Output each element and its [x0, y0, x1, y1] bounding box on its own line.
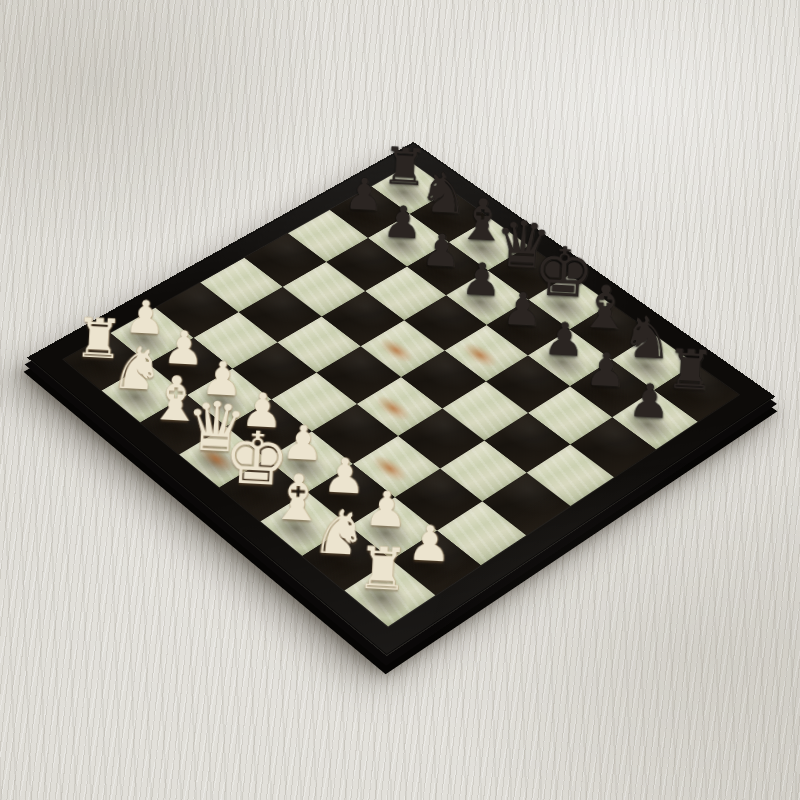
white-pawn-b2[interactable]: ♟	[136, 322, 230, 373]
white-pawn-c2[interactable]: ♟	[175, 353, 270, 404]
square-g7[interactable]: ♟	[570, 359, 654, 417]
square-f4[interactable]	[398, 408, 484, 468]
square-b7[interactable]: ♟	[368, 214, 448, 266]
piece-shadow	[102, 373, 172, 422]
square-d8[interactable]: ♛	[488, 246, 569, 299]
piece-shadow	[345, 571, 420, 627]
piece-shadow	[613, 343, 683, 391]
black-pawn-f7[interactable]: ♟	[517, 314, 611, 364]
square-d6[interactable]	[404, 295, 487, 350]
square-d4[interactable]	[317, 346, 401, 404]
white-queen-d1[interactable]: ♛	[167, 391, 265, 464]
board-frame: ♜♞♝♛♚♝♞♜♟♟♟♟♟♟♟♟♟♟♟♟♟♟♟♟♜♞♝♛♚♝♞♜	[27, 142, 776, 656]
board-grid: ♜♞♝♛♚♝♞♜♟♟♟♟♟♟♟♟♟♟♟♟♟♟♟♟♜♞♝♛♚♝♞♜	[64, 163, 739, 626]
square-g2[interactable]: ♟	[349, 497, 438, 561]
piece-shadow	[392, 541, 467, 596]
square-g5[interactable]	[484, 413, 570, 473]
square-f7[interactable]: ♟	[528, 329, 612, 386]
white-rook-h1[interactable]: ♜	[332, 538, 434, 601]
square-b8[interactable]: ♞	[410, 190, 490, 241]
square-f3[interactable]	[353, 436, 440, 497]
square-h1[interactable]: ♜	[345, 560, 436, 626]
piece-shadow	[529, 338, 599, 386]
piece-shadow	[529, 283, 598, 329]
black-pawn-c7[interactable]: ♟	[396, 226, 487, 275]
square-d1[interactable]: ♛	[179, 427, 266, 488]
black-knight-b8[interactable]: ♞	[399, 163, 489, 222]
square-a6[interactable]	[288, 210, 368, 262]
board-side-edge	[25, 147, 778, 665]
square-c8[interactable]: ♝	[449, 218, 529, 270]
square-d5[interactable]	[361, 321, 445, 377]
piece-shadow	[571, 313, 640, 360]
square-e8[interactable]: ♚	[529, 275, 611, 330]
square-h5[interactable]	[527, 445, 614, 506]
black-bishop-c8[interactable]: ♝	[438, 189, 529, 251]
piece-shadow	[447, 279, 515, 325]
square-f8[interactable]: ♝	[570, 304, 653, 360]
square-e4[interactable]	[357, 377, 442, 436]
square-h2[interactable]: ♟	[392, 531, 482, 596]
black-knight-g8[interactable]: ♞	[600, 307, 694, 369]
square-b2[interactable]: ♟	[148, 338, 232, 395]
black-pawn-g7[interactable]: ♟	[559, 344, 653, 395]
square-e6[interactable]	[444, 325, 528, 382]
square-a8[interactable]: ♜	[372, 163, 451, 213]
black-rook-a8[interactable]: ♜	[361, 140, 450, 195]
piece-shadow	[350, 507, 424, 561]
piece-shadow	[308, 473, 381, 526]
board-underside	[24, 154, 778, 674]
piece-shadow	[111, 316, 180, 364]
square-c7[interactable]: ♟	[407, 242, 488, 295]
black-pawn-e7[interactable]: ♟	[476, 284, 569, 334]
piece-shadow	[571, 369, 642, 418]
white-pawn-f2[interactable]: ♟	[295, 449, 393, 502]
black-pawn-h7[interactable]: ♟	[601, 375, 696, 426]
square-b5[interactable]	[283, 262, 365, 316]
square-f2[interactable]: ♟	[307, 464, 395, 526]
square-h7[interactable]: ♟	[613, 390, 698, 449]
square-h8[interactable]: ♜	[654, 364, 738, 422]
square-g4[interactable]	[440, 440, 527, 501]
piece-shadow	[267, 441, 339, 493]
piece-shadow	[369, 222, 436, 266]
square-c2[interactable]: ♟	[187, 368, 272, 427]
square-b3[interactable]	[194, 312, 278, 368]
wood-background: ♜♞♝♛♚♝♞♜♟♟♟♟♟♟♟♟♟♟♟♟♟♟♟♟♜♞♝♛♚♝♞♜	[0, 0, 800, 800]
piece-shadow	[489, 255, 557, 300]
piece-shadow	[372, 171, 438, 214]
square-h4[interactable]	[483, 473, 571, 535]
square-e2[interactable]: ♟	[266, 431, 353, 492]
square-e1[interactable]: ♚	[219, 459, 307, 521]
square-a7[interactable]: ♟	[330, 186, 410, 237]
piece-shadow	[261, 502, 335, 556]
square-e3[interactable]	[312, 404, 398, 464]
white-knight-b1[interactable]: ♞	[89, 337, 185, 400]
square-b4[interactable]	[239, 287, 322, 342]
white-pawn-a2[interactable]: ♟	[98, 292, 192, 342]
piece-shadow	[410, 199, 476, 243]
piece-shadow	[614, 400, 685, 450]
white-king-e1[interactable]: ♚	[207, 420, 307, 498]
square-b6[interactable]	[326, 238, 407, 291]
square-a3[interactable]	[156, 282, 239, 337]
piece-shadow	[227, 409, 298, 460]
piece-shadow	[655, 373, 726, 422]
square-h6[interactable]	[570, 417, 656, 477]
white-pawn-d2[interactable]: ♟	[214, 385, 310, 437]
square-a2[interactable]: ♟	[110, 308, 194, 364]
black-bishop-f8[interactable]: ♝	[559, 275, 652, 339]
piece-shadow	[488, 308, 557, 355]
board-tilt-wrapper: ♜♞♝♛♚♝♞♜♟♟♟♟♟♟♟♟♟♟♟♟♟♟♟♟♜♞♝♛♚♝♞♜	[0, 0, 800, 800]
piece-shadow	[303, 536, 377, 591]
black-king-e8[interactable]: ♚	[518, 236, 611, 309]
black-pawn-a7[interactable]: ♟	[319, 170, 408, 218]
square-a5[interactable]	[245, 233, 326, 286]
square-d3[interactable]	[272, 373, 357, 432]
white-pawn-g2[interactable]: ♟	[337, 483, 436, 536]
white-pawn-h2[interactable]: ♟	[379, 517, 479, 571]
square-g3[interactable]	[395, 468, 483, 530]
white-knight-g1[interactable]: ♞	[289, 499, 390, 566]
square-c3[interactable]	[232, 342, 316, 399]
square-h3[interactable]	[438, 501, 527, 565]
square-g8[interactable]: ♞	[612, 334, 696, 391]
square-f6[interactable]	[486, 355, 570, 413]
piece-shadow	[180, 436, 252, 488]
square-c1[interactable]: ♝	[140, 395, 226, 455]
black-queen-d8[interactable]: ♛	[477, 211, 569, 279]
black-pawn-b7[interactable]: ♟	[357, 198, 447, 246]
piece-shadow	[141, 404, 212, 454]
piece-shadow	[408, 250, 476, 295]
piece-shadow	[220, 469, 293, 522]
square-c6[interactable]	[365, 266, 447, 320]
piece-shadow	[331, 194, 397, 238]
square-a4[interactable]	[201, 258, 283, 312]
square-a1[interactable]: ♜	[64, 333, 148, 390]
square-c5[interactable]	[321, 291, 404, 346]
square-e5[interactable]	[401, 351, 485, 409]
square-d2[interactable]: ♟	[226, 399, 312, 459]
black-rook-h8[interactable]: ♜	[643, 341, 738, 400]
white-pawn-e2[interactable]: ♟	[254, 417, 351, 469]
square-g1[interactable]: ♞	[302, 526, 392, 591]
square-b1[interactable]: ♞	[101, 364, 186, 422]
white-rook-a1[interactable]: ♜	[51, 310, 146, 369]
square-e7[interactable]: ♟	[487, 300, 570, 356]
white-bishop-f1[interactable]: ♝	[248, 463, 348, 531]
square-g6[interactable]	[527, 386, 612, 445]
piece-shadow	[64, 342, 134, 390]
square-d7[interactable]: ♟	[447, 270, 529, 324]
square-f5[interactable]	[442, 381, 527, 440]
white-bishop-c1[interactable]: ♝	[128, 366, 225, 432]
black-pawn-d7[interactable]: ♟	[435, 255, 527, 304]
piece-shadow	[149, 347, 219, 396]
piece-shadow	[187, 377, 258, 427]
square-f1[interactable]: ♝	[260, 492, 349, 555]
square-c4[interactable]	[277, 316, 361, 372]
piece-shadow	[449, 226, 516, 270]
chessboard: ♜♞♝♛♚♝♞♜♟♟♟♟♟♟♟♟♟♟♟♟♟♟♟♟♜♞♝♛♚♝♞♜	[27, 142, 776, 656]
